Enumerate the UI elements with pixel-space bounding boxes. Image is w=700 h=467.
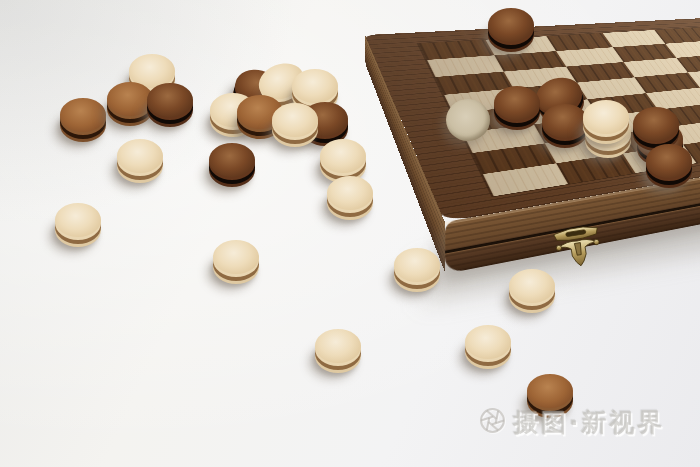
checker-piece-light[interactable] xyxy=(272,103,318,147)
checker-piece-dark[interactable] xyxy=(147,83,193,127)
checker-piece-light[interactable] xyxy=(583,100,629,144)
checker-piece-light[interactable] xyxy=(327,176,373,220)
checker-piece-lean[interactable] xyxy=(445,98,491,142)
checker-piece-light[interactable] xyxy=(509,269,555,313)
checker-piece-brown[interactable] xyxy=(60,98,106,142)
checker-piece-brown[interactable] xyxy=(527,374,573,418)
checker-piece-dark[interactable] xyxy=(542,104,588,148)
brass-clasp-icon xyxy=(545,221,611,274)
checker-piece-light[interactable] xyxy=(55,203,101,247)
checker-piece-dark[interactable] xyxy=(488,8,534,52)
aperture-logo-icon xyxy=(479,407,506,438)
checker-piece-dark[interactable] xyxy=(494,86,540,130)
checker-piece-light[interactable] xyxy=(117,139,163,183)
checker-piece-light[interactable] xyxy=(315,329,361,373)
checker-piece-light[interactable] xyxy=(465,325,511,369)
checker-piece-dark[interactable] xyxy=(209,143,255,187)
checker-piece-light[interactable] xyxy=(213,240,259,284)
checker-piece-light[interactable] xyxy=(394,248,440,292)
checker-piece-dark[interactable] xyxy=(646,144,692,188)
scene: 摄图·新视界 xyxy=(0,0,700,467)
